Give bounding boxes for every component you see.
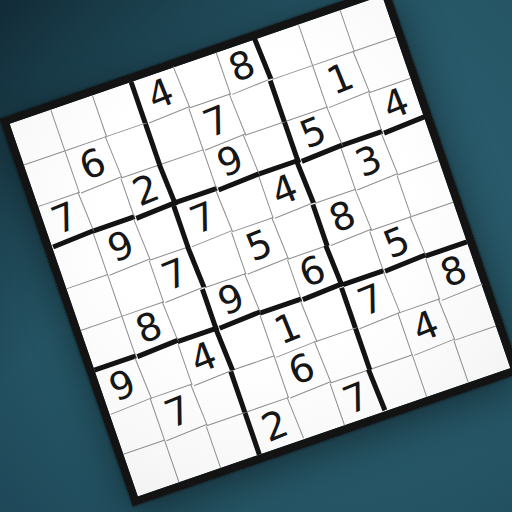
sudoku-board: 4867172954974375889659417876427: [0, 0, 512, 507]
app-background: 4867172954974375889659417876427: [0, 0, 512, 512]
